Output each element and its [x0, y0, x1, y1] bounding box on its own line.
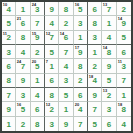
cell-r1c1[interactable]: 104	[2, 2, 16, 16]
cell-r4c8[interactable]: 148	[102, 45, 116, 59]
digit-r7c9: 1	[122, 90, 126, 100]
cage-sum-r8c4: 12	[45, 102, 50, 107]
cell-r7c7[interactable]: 9	[88, 88, 102, 102]
digit-r4c5: 7	[64, 47, 68, 57]
digit-r9c7: 5	[92, 119, 96, 129]
digit-r6c2: 9	[21, 75, 25, 85]
cell-r1c9[interactable]: 2	[117, 2, 131, 16]
cell-r4c5[interactable]: 7	[59, 45, 73, 59]
digit-r6c3: 1	[35, 75, 39, 85]
cell-r4c2[interactable]: 4	[16, 45, 30, 59]
digit-r7c3: 4	[35, 90, 39, 100]
cage-sum-r3c4: 12	[45, 31, 50, 36]
cage-sum-r5c2: 24	[16, 59, 21, 64]
cage-sum-r8c9: 18	[117, 102, 122, 107]
cage-sum-r5c9: 11	[117, 59, 122, 64]
digit-r2c5: 2	[64, 18, 68, 28]
cage-sum-r6c7: 18	[88, 74, 93, 79]
digit-r2c6: 3	[78, 18, 82, 28]
digit-r1c9: 2	[122, 4, 126, 14]
cell-r5c9[interactable]: 113	[117, 59, 131, 73]
cell-r9c6[interactable]: 7	[74, 117, 88, 131]
digit-r6c4: 6	[49, 75, 53, 85]
cell-r5c4[interactable]: 71	[45, 59, 59, 73]
digit-r9c5: 9	[64, 119, 68, 129]
cage-sum-r2c2: 21	[16, 16, 21, 21]
cell-r4c1[interactable]: 3	[2, 45, 16, 59]
cell-r5c8[interactable]: 9	[102, 59, 116, 73]
cage-sum-r2c9: 14	[117, 16, 122, 21]
digit-r3c2: 8	[21, 32, 25, 42]
cell-r7c9[interactable]: 1	[117, 88, 131, 102]
cell-r5c1[interactable]: 6	[2, 59, 16, 73]
cell-r8c6[interactable]: 204	[74, 102, 88, 116]
digit-r4c4: 5	[49, 47, 53, 57]
cell-r6c4[interactable]: 6	[45, 74, 59, 88]
cell-r9c5[interactable]: 9	[59, 117, 73, 131]
digit-r7c2: 3	[21, 90, 25, 100]
cell-r7c2[interactable]: 3	[16, 88, 30, 102]
digit-r6c9: 7	[122, 75, 126, 85]
digit-r1c2: 1	[21, 4, 25, 14]
cage-sum-r5c4: 7	[45, 59, 48, 64]
cell-r8c9[interactable]: 188	[117, 102, 131, 116]
digit-r5c4: 1	[49, 61, 53, 71]
cell-r7c8[interactable]: 132	[102, 88, 116, 102]
digit-r2c8: 1	[107, 18, 111, 28]
cage-sum-r5c3: 20	[31, 59, 36, 64]
cell-r7c5[interactable]: 5	[59, 88, 73, 102]
cage-sum-r8c6: 20	[74, 102, 79, 107]
cell-r6c2[interactable]: 9	[16, 74, 30, 88]
cell-r8c3[interactable]: 6	[31, 102, 45, 116]
cell-r3c1[interactable]: 112	[2, 31, 16, 45]
digit-r7c7: 9	[92, 90, 96, 100]
digit-r2c3: 7	[35, 18, 39, 28]
cage-sum-r4c6: 17	[74, 45, 79, 50]
digit-r6c6: 2	[78, 75, 82, 85]
cell-r1c4[interactable]: 9	[45, 2, 59, 16]
digit-r4c3: 2	[35, 47, 39, 57]
cell-r2c3[interactable]: 7	[31, 16, 45, 30]
cell-r1c8[interactable]: 137	[102, 2, 116, 16]
cell-r6c7[interactable]: 184	[88, 74, 102, 88]
cell-r3c4[interactable]: 127	[45, 31, 59, 45]
digit-r3c1: 2	[6, 32, 10, 42]
digit-r6c1: 8	[6, 75, 10, 85]
digit-r9c6: 7	[78, 119, 82, 129]
digit-r9c9: 4	[122, 119, 126, 129]
cell-r5c3[interactable]: 205	[31, 59, 45, 73]
digit-r7c5: 5	[64, 90, 68, 100]
cell-r2c1[interactable]: 5	[2, 16, 16, 30]
digit-r5c5: 4	[64, 61, 68, 71]
cage-sum-r1c6: 16	[74, 2, 79, 7]
digit-r5c6: 8	[78, 61, 82, 71]
digit-r4c9: 6	[122, 47, 126, 57]
cell-r5c7[interactable]: 2	[88, 59, 102, 73]
cell-r4c7[interactable]: 1	[88, 45, 102, 59]
cell-r8c5[interactable]: 1	[59, 102, 73, 116]
digit-r2c4: 4	[49, 18, 53, 28]
digit-r2c1: 5	[6, 18, 10, 28]
digit-r3c9: 5	[122, 32, 126, 42]
digit-r8c5: 1	[64, 104, 68, 114]
digit-r9c1: 1	[6, 119, 10, 129]
digit-r5c8: 9	[107, 61, 111, 71]
digit-r3c6: 1	[78, 32, 82, 42]
cage-sum-r4c8: 14	[102, 45, 107, 50]
cell-r5c2[interactable]: 247	[16, 59, 30, 73]
digit-r7c1: 7	[6, 90, 10, 100]
cell-r1c2[interactable]: 1	[16, 2, 30, 16]
cell-r9c9[interactable]: 4	[117, 117, 131, 131]
digit-r9c2: 2	[21, 119, 25, 129]
cell-r2c4[interactable]: 4	[45, 16, 59, 30]
cage-sum-r7c8: 13	[102, 88, 107, 93]
cage-sum-r8c2: 16	[16, 102, 21, 107]
digit-r3c7: 3	[92, 32, 96, 42]
digit-r6c8: 5	[107, 75, 111, 85]
digit-r1c4: 9	[49, 4, 53, 14]
cage-sum-r1c8: 13	[102, 2, 107, 7]
cage-sum-r1c3: 24	[31, 2, 36, 7]
cell-r6c8[interactable]: 5	[102, 74, 116, 88]
cell-r3c9[interactable]: 5	[117, 31, 131, 45]
cell-r6c9[interactable]: 7	[117, 74, 131, 88]
digit-r8c1: 9	[6, 104, 10, 114]
cell-r7c6[interactable]: 6	[74, 88, 88, 102]
cage-sum-r1c1: 10	[2, 2, 7, 7]
cage-sum-r3c1: 11	[2, 31, 7, 36]
cell-r1c7[interactable]: 6	[88, 2, 102, 16]
cell-r6c1[interactable]: 8	[2, 74, 16, 88]
cell-r4c4[interactable]: 5	[45, 45, 59, 59]
cell-r2c7[interactable]: 8	[88, 16, 102, 30]
cell-r8c2[interactable]: 165	[16, 102, 30, 116]
digit-r4c7: 1	[92, 47, 96, 57]
digit-r7c4: 8	[49, 90, 53, 100]
cage-sum-r3c5: 14	[59, 31, 64, 36]
cell-r1c3[interactable]: 243	[31, 2, 45, 16]
cell-r2c9[interactable]: 149	[117, 16, 131, 30]
digit-r5c1: 6	[6, 61, 10, 71]
cell-r3c7[interactable]: 3	[88, 31, 102, 45]
digit-r2c7: 8	[92, 18, 96, 28]
digit-r4c2: 4	[21, 47, 25, 57]
killer-sudoku-board: 1041243981656137252167423811491128159127…	[0, 0, 133, 133]
cell-r9c2[interactable]: 2	[16, 117, 30, 131]
digit-r1c7: 6	[92, 4, 96, 14]
cell-r7c1[interactable]: 7	[2, 88, 16, 102]
digit-r4c1: 3	[6, 47, 10, 57]
cell-r4c3[interactable]: 2	[31, 45, 45, 59]
digit-r8c8: 3	[107, 104, 111, 114]
cell-r9c7[interactable]: 5	[88, 117, 102, 131]
cell-r7c3[interactable]: 4	[31, 88, 45, 102]
digit-r8c7: 7	[92, 104, 96, 114]
cell-r5c5[interactable]: 4	[59, 59, 73, 73]
digit-r8c3: 6	[35, 104, 39, 114]
cell-r2c5[interactable]: 2	[59, 16, 73, 30]
cell-r8c1[interactable]: 9	[2, 102, 16, 116]
digit-r3c8: 4	[107, 32, 111, 42]
digit-r6c5: 3	[64, 75, 68, 85]
cell-r9c3[interactable]: 8	[31, 117, 45, 131]
digit-r9c8: 6	[107, 119, 111, 129]
cell-r6c5[interactable]: 3	[59, 74, 73, 88]
cell-r2c6[interactable]: 3	[74, 16, 88, 30]
cell-r1c6[interactable]: 165	[74, 2, 88, 16]
cell-r3c5[interactable]: 146	[59, 31, 73, 45]
cage-sum-r3c3: 15	[31, 31, 36, 36]
cell-r8c4[interactable]: 122	[45, 102, 59, 116]
cell-r5c6[interactable]: 8	[74, 59, 88, 73]
cell-r2c8[interactable]: 1	[102, 16, 116, 30]
cell-r9c8[interactable]: 6	[102, 117, 116, 131]
cell-r4c9[interactable]: 6	[117, 45, 131, 59]
cell-r7c4[interactable]: 8	[45, 88, 59, 102]
cell-r3c2[interactable]: 8	[16, 31, 30, 45]
cell-r2c2[interactable]: 216	[16, 16, 30, 30]
digit-r9c3: 8	[35, 119, 39, 129]
cell-r9c1[interactable]: 1	[2, 117, 16, 131]
digit-r7c6: 6	[78, 90, 82, 100]
digit-r5c7: 2	[92, 61, 96, 71]
cell-r6c6[interactable]: 2	[74, 74, 88, 88]
digit-r9c4: 3	[49, 119, 53, 129]
cell-r6c3[interactable]: 1	[31, 74, 45, 88]
cell-r1c5[interactable]: 8	[59, 2, 73, 16]
digit-r1c5: 8	[64, 4, 68, 14]
cell-r9c4[interactable]: 3	[45, 117, 59, 131]
cell-r4c6[interactable]: 179	[74, 45, 88, 59]
cell-r3c6[interactable]: 1	[74, 31, 88, 45]
cell-r3c8[interactable]: 4	[102, 31, 116, 45]
digit-r5c9: 3	[122, 61, 126, 71]
cell-r8c8[interactable]: 3	[102, 102, 116, 116]
cell-r3c3[interactable]: 159	[31, 31, 45, 45]
cell-r8c7[interactable]: 7	[88, 102, 102, 116]
